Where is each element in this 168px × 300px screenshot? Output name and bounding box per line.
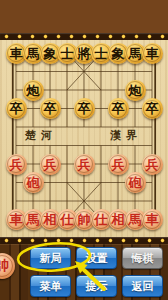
new-game-button[interactable]: 新局 [30, 247, 71, 269]
piece-black[interactable]: 炮 [23, 80, 44, 101]
piece-black[interactable]: 卒 [108, 98, 129, 119]
piece-red[interactable]: 兵 [108, 154, 129, 175]
piece-red[interactable]: 兵 [142, 154, 163, 175]
piece-black[interactable]: 炮 [125, 80, 146, 101]
xiangqi-game-screen: 楚河 漢界 車馬象士將士象馬車炮炮卒卒卒卒卒兵兵兵兵兵砲砲車馬相仕帥仕相馬車 帥… [0, 0, 168, 300]
piece-red[interactable]: 車 [142, 209, 163, 230]
piece-red[interactable]: 砲 [125, 172, 146, 193]
undo-button[interactable]: 悔棋 [122, 247, 163, 269]
river-label-han: 漢界 [110, 129, 142, 142]
hint-button[interactable]: 提示 [76, 275, 117, 297]
piece-black[interactable]: 車 [142, 43, 163, 64]
piece-black[interactable]: 卒 [74, 98, 95, 119]
piece-red[interactable]: 兵 [74, 154, 95, 175]
xiangqi-board[interactable]: 楚河 漢界 車馬象士將士象馬車炮炮卒卒卒卒卒兵兵兵兵兵砲砲車馬相仕帥仕相馬車 [0, 40, 168, 237]
top-wood-panel [0, 0, 168, 33]
menu-button[interactable]: 菜单 [30, 275, 71, 297]
bottom-stud-border [0, 237, 168, 244]
piece-black[interactable]: 卒 [142, 98, 163, 119]
piece-red[interactable]: 兵 [6, 154, 27, 175]
piece-red[interactable]: 砲 [23, 172, 44, 193]
piece-red[interactable]: 兵 [40, 154, 61, 175]
toolbar: 新局 设置 悔棋 菜单 提示 返回 [30, 247, 163, 297]
river-label-chu: 楚河 [25, 129, 57, 142]
piece-black[interactable]: 卒 [40, 98, 61, 119]
settings-button[interactable]: 设置 [76, 247, 117, 269]
top-stud-border [0, 33, 168, 40]
piece-black[interactable]: 卒 [6, 98, 27, 119]
back-button[interactable]: 返回 [122, 275, 163, 297]
